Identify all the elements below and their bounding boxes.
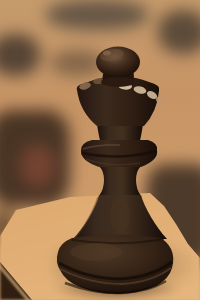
queen-collar — [81, 140, 157, 167]
chessboard-photo: ♛ — [0, 0, 200, 300]
queen-base — [57, 235, 173, 295]
queen-finial-ball — [96, 47, 140, 88]
black-queen-piece[interactable] — [0, 0, 200, 300]
queen-body-cone — [72, 195, 167, 240]
